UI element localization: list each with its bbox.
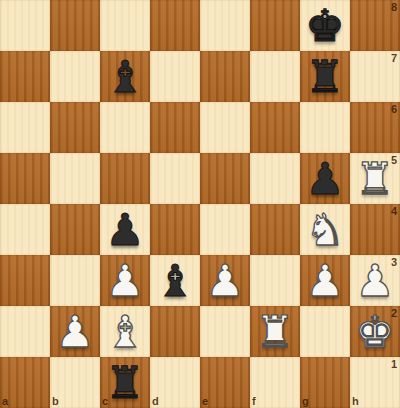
file-label: h [352, 395, 359, 407]
square-b5[interactable] [50, 153, 100, 204]
square-h3[interactable]: 3♟ [350, 255, 400, 306]
square-h5[interactable]: 5♜ [350, 153, 400, 204]
square-f8[interactable] [250, 0, 300, 51]
black-pawn[interactable]: ♟ [100, 204, 150, 255]
file-label: f [252, 395, 256, 407]
square-g1[interactable]: g [300, 357, 350, 408]
white-knight[interactable]: ♞ [300, 204, 350, 255]
square-f4[interactable] [250, 204, 300, 255]
square-d7[interactable] [150, 51, 200, 102]
square-g8[interactable]: ♚ [300, 0, 350, 51]
rank-label: 8 [391, 1, 397, 13]
square-g7[interactable]: ♜ [300, 51, 350, 102]
square-h1[interactable]: 1h [350, 357, 400, 408]
square-c6[interactable] [100, 102, 150, 153]
square-a3[interactable] [0, 255, 50, 306]
square-f1[interactable]: f [250, 357, 300, 408]
square-g6[interactable] [300, 102, 350, 153]
square-a6[interactable] [0, 102, 50, 153]
white-pawn[interactable]: ♟ [350, 255, 400, 306]
black-rook[interactable]: ♜ [100, 357, 150, 408]
square-b2[interactable]: ♟ [50, 306, 100, 357]
square-c3[interactable]: ♟ [100, 255, 150, 306]
rank-label: 6 [391, 103, 397, 115]
square-e6[interactable] [200, 102, 250, 153]
white-pawn[interactable]: ♟ [200, 255, 250, 306]
square-g3[interactable]: ♟ [300, 255, 350, 306]
square-h4[interactable]: 4 [350, 204, 400, 255]
square-b7[interactable] [50, 51, 100, 102]
square-c2[interactable]: ♝ [100, 306, 150, 357]
square-d6[interactable] [150, 102, 200, 153]
square-f5[interactable] [250, 153, 300, 204]
square-g2[interactable] [300, 306, 350, 357]
square-h7[interactable]: 7 [350, 51, 400, 102]
white-pawn[interactable]: ♟ [300, 255, 350, 306]
square-a2[interactable] [0, 306, 50, 357]
square-b3[interactable] [50, 255, 100, 306]
black-pawn[interactable]: ♟ [300, 153, 350, 204]
file-label: g [302, 395, 309, 407]
square-d5[interactable] [150, 153, 200, 204]
square-h8[interactable]: 8 [350, 0, 400, 51]
square-c1[interactable]: c♜ [100, 357, 150, 408]
square-f6[interactable] [250, 102, 300, 153]
square-e3[interactable]: ♟ [200, 255, 250, 306]
black-bishop[interactable]: ♝ [150, 255, 200, 306]
file-label: d [152, 395, 159, 407]
black-rook[interactable]: ♜ [300, 51, 350, 102]
white-king[interactable]: ♚ [350, 306, 400, 357]
square-b6[interactable] [50, 102, 100, 153]
square-b1[interactable]: b [50, 357, 100, 408]
rank-label: 7 [391, 52, 397, 64]
file-label: b [52, 395, 59, 407]
square-g5[interactable]: ♟ [300, 153, 350, 204]
square-b8[interactable] [50, 0, 100, 51]
square-e5[interactable] [200, 153, 250, 204]
rank-label: 1 [391, 358, 397, 370]
square-d3[interactable]: ♝ [150, 255, 200, 306]
square-c5[interactable] [100, 153, 150, 204]
square-h6[interactable]: 6 [350, 102, 400, 153]
square-d8[interactable] [150, 0, 200, 51]
square-a1[interactable]: a [0, 357, 50, 408]
square-a4[interactable] [0, 204, 50, 255]
square-c4[interactable]: ♟ [100, 204, 150, 255]
square-h2[interactable]: 2♚ [350, 306, 400, 357]
square-e1[interactable]: e [200, 357, 250, 408]
file-label: a [2, 395, 8, 407]
black-king[interactable]: ♚ [300, 0, 350, 51]
square-f2[interactable]: ♜ [250, 306, 300, 357]
square-e8[interactable] [200, 0, 250, 51]
chess-board: ♚8♝♜76♟5♜♟♞4♟♝♟♟3♟♟♝♜2♚abc♜defg1h [0, 0, 400, 408]
square-a5[interactable] [0, 153, 50, 204]
square-e4[interactable] [200, 204, 250, 255]
square-g4[interactable]: ♞ [300, 204, 350, 255]
square-f3[interactable] [250, 255, 300, 306]
white-rook[interactable]: ♜ [350, 153, 400, 204]
square-d4[interactable] [150, 204, 200, 255]
square-e2[interactable] [200, 306, 250, 357]
black-bishop[interactable]: ♝ [100, 51, 150, 102]
square-b4[interactable] [50, 204, 100, 255]
white-pawn[interactable]: ♟ [50, 306, 100, 357]
square-e7[interactable] [200, 51, 250, 102]
white-bishop[interactable]: ♝ [100, 306, 150, 357]
white-pawn[interactable]: ♟ [100, 255, 150, 306]
white-rook[interactable]: ♜ [250, 306, 300, 357]
square-a8[interactable] [0, 0, 50, 51]
square-d1[interactable]: d [150, 357, 200, 408]
rank-label: 4 [391, 205, 397, 217]
square-d2[interactable] [150, 306, 200, 357]
square-c8[interactable] [100, 0, 150, 51]
square-f7[interactable] [250, 51, 300, 102]
square-c7[interactable]: ♝ [100, 51, 150, 102]
square-a7[interactable] [0, 51, 50, 102]
file-label: e [202, 395, 208, 407]
